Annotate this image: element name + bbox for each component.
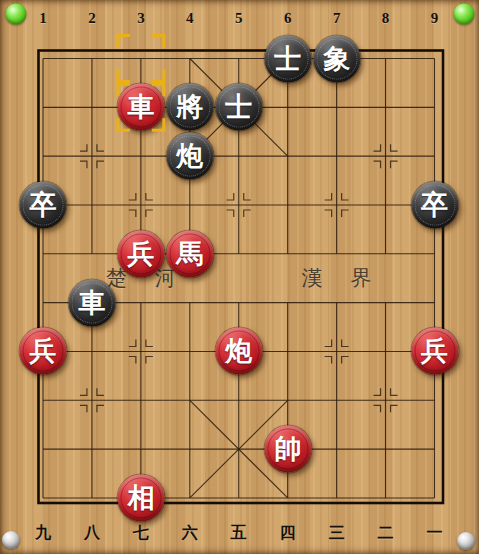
piece-red-cannon[interactable]: 炮 [215, 328, 262, 375]
piece-red-chariot[interactable]: 車 [117, 84, 164, 131]
piece-red-general[interactable]: 帥 [264, 426, 311, 473]
piece-glyph: 卒 [30, 191, 57, 218]
piece-black-advisor[interactable]: 士 [215, 84, 262, 131]
piece-black-cannon[interactable]: 炮 [166, 133, 213, 180]
piece-red-horse[interactable]: 馬 [166, 230, 213, 277]
piece-glyph: 炮 [176, 143, 203, 170]
piece-red-soldier[interactable]: 兵 [20, 328, 67, 375]
piece-glyph: 象 [323, 45, 350, 72]
piece-red-elephant[interactable]: 相 [117, 474, 164, 521]
piece-black-elephant[interactable]: 象 [313, 35, 360, 82]
piece-red-soldier[interactable]: 兵 [117, 230, 164, 277]
piece-glyph: 兵 [30, 338, 57, 365]
piece-red-soldier[interactable]: 兵 [411, 328, 458, 375]
xiangqi-app: 士象車將士炮卒卒兵馬車兵炮兵帥相 1九2八3七4六5五6四7三8二9一 楚河漢界 [0, 0, 479, 554]
piece-glyph: 士 [225, 94, 252, 121]
piece-glyph: 炮 [225, 338, 252, 365]
piece-black-chariot[interactable]: 車 [68, 279, 115, 326]
piece-glyph: 兵 [127, 240, 154, 267]
piece-glyph: 車 [127, 94, 154, 121]
piece-glyph: 相 [127, 484, 154, 511]
piece-layer: 士象車將士炮卒卒兵馬車兵炮兵帥相 [0, 0, 479, 554]
piece-black-advisor[interactable]: 士 [264, 35, 311, 82]
piece-black-soldier[interactable]: 卒 [20, 181, 67, 228]
piece-glyph: 帥 [274, 436, 301, 463]
piece-glyph: 士 [274, 45, 301, 72]
piece-glyph: 車 [78, 289, 105, 316]
piece-glyph: 馬 [176, 240, 203, 267]
piece-glyph: 將 [176, 94, 203, 121]
piece-black-soldier[interactable]: 卒 [411, 181, 458, 228]
piece-glyph: 兵 [421, 338, 448, 365]
piece-glyph: 卒 [421, 191, 448, 218]
piece-black-general[interactable]: 將 [166, 84, 213, 131]
